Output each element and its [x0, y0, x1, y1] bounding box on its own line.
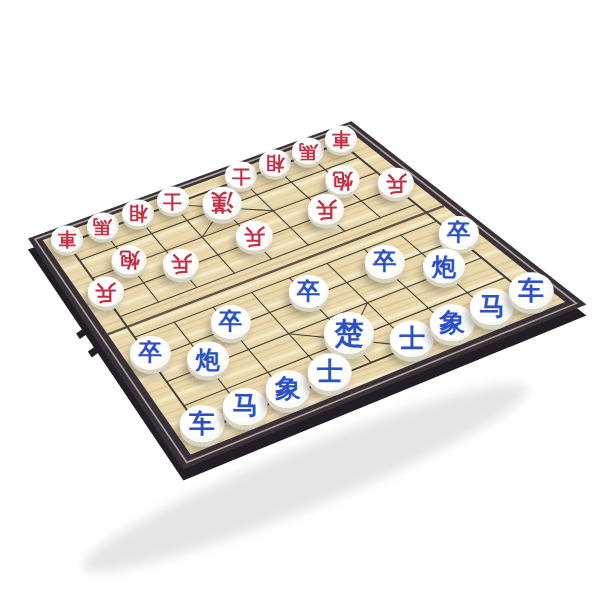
- piece-disc: 車: [51, 226, 83, 253]
- piece-character: 炮: [333, 170, 353, 190]
- piece-disc: 卒: [439, 216, 479, 250]
- piece-disc: 车: [180, 405, 225, 442]
- piece-character: 馬: [299, 142, 318, 161]
- piece-disc: 炮: [423, 249, 465, 284]
- piece-red-general-e1[interactable]: 漢: [203, 187, 242, 220]
- piece-disc: 相: [259, 150, 291, 177]
- piece-disc: 士: [157, 187, 189, 214]
- piece-character: 象: [439, 310, 465, 336]
- piece-red-chariot-i0[interactable]: 車: [325, 126, 357, 153]
- piece-disc: 兵: [236, 221, 272, 251]
- piece-disc: 兵: [88, 277, 124, 307]
- piece-disc: 卒: [130, 336, 170, 370]
- piece-disc: 马: [223, 388, 268, 425]
- piece-character: 兵: [244, 226, 265, 247]
- piece-character: 士: [317, 359, 343, 385]
- piece-disc: 卒: [364, 245, 404, 279]
- piece-character: 兵: [316, 199, 337, 220]
- piece-character: 士: [399, 326, 425, 352]
- piece-character: 馬: [93, 217, 112, 236]
- piece-blue-soldier-c6[interactable]: 卒: [210, 305, 250, 339]
- piece-blue-horse-b9[interactable]: 马: [223, 388, 268, 425]
- piece-disc: 兵: [308, 194, 344, 224]
- piece-red-horse-h0[interactable]: 馬: [292, 138, 324, 165]
- piece-character: 车: [189, 411, 215, 437]
- piece-character: 车: [518, 278, 544, 304]
- piece-character: 炮: [119, 250, 139, 270]
- piece-blue-soldier-e6[interactable]: 卒: [288, 275, 328, 309]
- piece-blue-advisor-f9[interactable]: 士: [390, 320, 435, 357]
- piece-red-advisor-f0[interactable]: 士: [225, 162, 257, 189]
- piece-disc: 象: [266, 371, 311, 408]
- piece-disc: 兵: [378, 168, 414, 198]
- piece-red-soldier-a3[interactable]: 兵: [88, 277, 124, 307]
- piece-character: 卒: [219, 310, 242, 333]
- piece-blue-elephant-g9[interactable]: 象: [430, 304, 475, 341]
- piece-character: 卒: [373, 250, 396, 273]
- piece-character: 象: [275, 376, 301, 402]
- piece-character: 马: [479, 294, 505, 320]
- piece-disc: 兵: [163, 248, 199, 278]
- piece-character: 卒: [297, 280, 320, 303]
- piece-character: 相: [129, 204, 148, 223]
- piece-character: 马: [232, 394, 258, 420]
- piece-blue-soldier-g6[interactable]: 卒: [364, 245, 404, 279]
- piece-character: 卒: [139, 341, 162, 364]
- piece-disc: 馬: [87, 213, 119, 240]
- piece-disc: 车: [509, 272, 554, 309]
- piece-character: 炮: [196, 347, 220, 371]
- piece-character: 漢: [211, 192, 234, 215]
- piece-disc: 炮: [325, 166, 360, 195]
- piece-red-soldier-g3[interactable]: 兵: [308, 194, 344, 224]
- piece-blue-cannon-h7[interactable]: 炮: [423, 249, 465, 284]
- piece-red-advisor-d0[interactable]: 士: [157, 187, 189, 214]
- piece-disc: 漢: [203, 187, 242, 220]
- piece-blue-advisor-d9[interactable]: 士: [307, 354, 352, 391]
- piece-disc: 象: [430, 304, 475, 341]
- piece-character: 兵: [95, 281, 116, 302]
- piece-disc: 士: [307, 354, 352, 391]
- piece-disc: 炮: [112, 245, 147, 274]
- xiangqi-product-photo: 車馬相士士相馬車漢炮炮兵兵兵兵兵卒卒卒卒卒炮炮楚车马象士士象马车: [0, 0, 600, 600]
- piece-disc: 卒: [210, 305, 250, 339]
- piece-red-soldier-c3[interactable]: 兵: [163, 248, 199, 278]
- piece-character: 士: [232, 166, 251, 185]
- piece-character: 士: [163, 191, 182, 210]
- piece-blue-elephant-c9[interactable]: 象: [266, 371, 311, 408]
- piece-red-chariot-a0[interactable]: 車: [51, 226, 83, 253]
- piece-blue-cannon-b7[interactable]: 炮: [187, 342, 229, 377]
- piece-character: 車: [58, 230, 77, 249]
- piece-character: 兵: [386, 172, 407, 193]
- piece-disc: 炮: [187, 342, 229, 377]
- piece-disc: 士: [390, 320, 435, 357]
- piece-red-soldier-i3[interactable]: 兵: [378, 168, 414, 198]
- piece-blue-horse-h9[interactable]: 马: [470, 288, 515, 325]
- piece-character: 炮: [432, 254, 456, 278]
- piece-character: 楚: [335, 319, 364, 348]
- piece-character: 兵: [171, 253, 192, 274]
- piece-blue-soldier-a6[interactable]: 卒: [130, 336, 170, 370]
- piece-red-soldier-e3[interactable]: 兵: [236, 221, 272, 251]
- piece-character: 車: [332, 130, 351, 149]
- piece-character: 相: [266, 154, 285, 173]
- piece-red-elephant-c0[interactable]: 相: [122, 200, 154, 227]
- piece-red-cannon-h2[interactable]: 炮: [325, 166, 360, 195]
- piece-disc: 馬: [292, 138, 324, 165]
- piece-disc: 相: [122, 200, 154, 227]
- piece-blue-chariot-i9[interactable]: 车: [509, 272, 554, 309]
- piece-red-horse-b0[interactable]: 馬: [87, 213, 119, 240]
- piece-disc: 卒: [288, 275, 328, 309]
- piece-blue-chariot-a9[interactable]: 车: [180, 405, 225, 442]
- piece-disc: 車: [325, 126, 357, 153]
- piece-red-elephant-g0[interactable]: 相: [259, 150, 291, 177]
- piece-disc: 楚: [324, 312, 374, 354]
- piece-blue-general-e8[interactable]: 楚: [324, 312, 374, 354]
- piece-disc: 马: [470, 288, 515, 325]
- piece-character: 卒: [447, 221, 470, 244]
- piece-disc: 士: [225, 162, 257, 189]
- piece-blue-soldier-i6[interactable]: 卒: [439, 216, 479, 250]
- piece-red-cannon-b2[interactable]: 炮: [112, 245, 147, 274]
